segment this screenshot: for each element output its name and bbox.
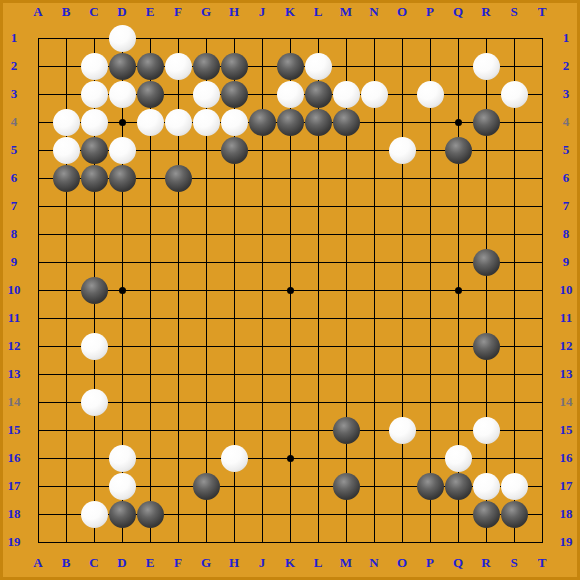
- cell-A8[interactable]: [24, 220, 52, 248]
- cell-L4[interactable]: [304, 108, 332, 136]
- cell-H9[interactable]: [220, 248, 248, 276]
- cell-R4[interactable]: [472, 108, 500, 136]
- cell-C13[interactable]: [80, 360, 108, 388]
- cell-P7[interactable]: [416, 192, 444, 220]
- cell-A10[interactable]: [24, 276, 52, 304]
- cell-F11[interactable]: [164, 304, 192, 332]
- cell-L2[interactable]: [304, 52, 332, 80]
- cell-G17[interactable]: [192, 472, 220, 500]
- cell-G18[interactable]: [192, 500, 220, 528]
- cell-C11[interactable]: [80, 304, 108, 332]
- cell-E14[interactable]: [136, 388, 164, 416]
- cell-O10[interactable]: [388, 276, 416, 304]
- cell-F1[interactable]: [164, 24, 192, 52]
- cell-R5[interactable]: [472, 136, 500, 164]
- cell-B9[interactable]: [52, 248, 80, 276]
- cell-P6[interactable]: [416, 164, 444, 192]
- cell-N14[interactable]: [360, 388, 388, 416]
- cell-M15[interactable]: [332, 416, 360, 444]
- cell-G7[interactable]: [192, 192, 220, 220]
- cell-Q13[interactable]: [444, 360, 472, 388]
- cell-L18[interactable]: [304, 500, 332, 528]
- cell-E17[interactable]: [136, 472, 164, 500]
- cell-B18[interactable]: [52, 500, 80, 528]
- cell-N4[interactable]: [360, 108, 388, 136]
- cell-D2[interactable]: [108, 52, 136, 80]
- cell-M8[interactable]: [332, 220, 360, 248]
- cell-S1[interactable]: [500, 24, 528, 52]
- cell-F10[interactable]: [164, 276, 192, 304]
- cell-H4[interactable]: [220, 108, 248, 136]
- cell-A4[interactable]: [24, 108, 52, 136]
- cell-C4[interactable]: [80, 108, 108, 136]
- cell-E19[interactable]: [136, 528, 164, 556]
- cell-P18[interactable]: [416, 500, 444, 528]
- cell-M12[interactable]: [332, 332, 360, 360]
- cell-M16[interactable]: [332, 444, 360, 472]
- cell-N11[interactable]: [360, 304, 388, 332]
- cell-A15[interactable]: [24, 416, 52, 444]
- cell-G3[interactable]: [192, 80, 220, 108]
- cell-L15[interactable]: [304, 416, 332, 444]
- cell-M5[interactable]: [332, 136, 360, 164]
- cell-C9[interactable]: [80, 248, 108, 276]
- cell-S7[interactable]: [500, 192, 528, 220]
- cell-J6[interactable]: [248, 164, 276, 192]
- cell-K4[interactable]: [276, 108, 304, 136]
- cell-R17[interactable]: [472, 472, 500, 500]
- cell-B5[interactable]: [52, 136, 80, 164]
- cell-P19[interactable]: [416, 528, 444, 556]
- cell-B15[interactable]: [52, 416, 80, 444]
- cell-D8[interactable]: [108, 220, 136, 248]
- cell-B14[interactable]: [52, 388, 80, 416]
- cell-J10[interactable]: [248, 276, 276, 304]
- cell-H5[interactable]: [220, 136, 248, 164]
- cell-K17[interactable]: [276, 472, 304, 500]
- cell-J7[interactable]: [248, 192, 276, 220]
- cell-A2[interactable]: [24, 52, 52, 80]
- cell-J15[interactable]: [248, 416, 276, 444]
- cell-Q16[interactable]: [444, 444, 472, 472]
- cell-R18[interactable]: [472, 500, 500, 528]
- cell-R15[interactable]: [472, 416, 500, 444]
- cell-M4[interactable]: [332, 108, 360, 136]
- cell-E9[interactable]: [136, 248, 164, 276]
- cell-Q3[interactable]: [444, 80, 472, 108]
- cell-A14[interactable]: [24, 388, 52, 416]
- cell-L11[interactable]: [304, 304, 332, 332]
- cell-H13[interactable]: [220, 360, 248, 388]
- cell-H10[interactable]: [220, 276, 248, 304]
- cell-P13[interactable]: [416, 360, 444, 388]
- cell-E13[interactable]: [136, 360, 164, 388]
- cell-K16[interactable]: [276, 444, 304, 472]
- cell-O2[interactable]: [388, 52, 416, 80]
- cell-A18[interactable]: [24, 500, 52, 528]
- cell-B7[interactable]: [52, 192, 80, 220]
- cell-O18[interactable]: [388, 500, 416, 528]
- cell-R12[interactable]: [472, 332, 500, 360]
- cell-Q8[interactable]: [444, 220, 472, 248]
- cell-F4[interactable]: [164, 108, 192, 136]
- cell-C10[interactable]: [80, 276, 108, 304]
- cell-M9[interactable]: [332, 248, 360, 276]
- cell-S5[interactable]: [500, 136, 528, 164]
- cell-P17[interactable]: [416, 472, 444, 500]
- cell-C2[interactable]: [80, 52, 108, 80]
- cell-L8[interactable]: [304, 220, 332, 248]
- cell-C8[interactable]: [80, 220, 108, 248]
- cell-E8[interactable]: [136, 220, 164, 248]
- cell-G12[interactable]: [192, 332, 220, 360]
- cell-C12[interactable]: [80, 332, 108, 360]
- cell-E1[interactable]: [136, 24, 164, 52]
- cell-K9[interactable]: [276, 248, 304, 276]
- cell-P5[interactable]: [416, 136, 444, 164]
- cell-K7[interactable]: [276, 192, 304, 220]
- cell-K12[interactable]: [276, 332, 304, 360]
- cell-H6[interactable]: [220, 164, 248, 192]
- cell-J18[interactable]: [248, 500, 276, 528]
- cell-N15[interactable]: [360, 416, 388, 444]
- cell-R10[interactable]: [472, 276, 500, 304]
- cell-O8[interactable]: [388, 220, 416, 248]
- cell-Q1[interactable]: [444, 24, 472, 52]
- cell-A5[interactable]: [24, 136, 52, 164]
- cell-C3[interactable]: [80, 80, 108, 108]
- cell-S17[interactable]: [500, 472, 528, 500]
- cell-R3[interactable]: [472, 80, 500, 108]
- cell-P4[interactable]: [416, 108, 444, 136]
- cell-C5[interactable]: [80, 136, 108, 164]
- cell-H15[interactable]: [220, 416, 248, 444]
- cell-N7[interactable]: [360, 192, 388, 220]
- cell-O13[interactable]: [388, 360, 416, 388]
- cell-N6[interactable]: [360, 164, 388, 192]
- cell-M13[interactable]: [332, 360, 360, 388]
- cell-O5[interactable]: [388, 136, 416, 164]
- cell-H17[interactable]: [220, 472, 248, 500]
- cell-D9[interactable]: [108, 248, 136, 276]
- cell-E4[interactable]: [136, 108, 164, 136]
- cell-P3[interactable]: [416, 80, 444, 108]
- cell-N2[interactable]: [360, 52, 388, 80]
- cell-M3[interactable]: [332, 80, 360, 108]
- cell-M6[interactable]: [332, 164, 360, 192]
- cell-F12[interactable]: [164, 332, 192, 360]
- cell-F2[interactable]: [164, 52, 192, 80]
- cell-G8[interactable]: [192, 220, 220, 248]
- cell-G15[interactable]: [192, 416, 220, 444]
- cell-D10[interactable]: [108, 276, 136, 304]
- cell-H8[interactable]: [220, 220, 248, 248]
- cell-H19[interactable]: [220, 528, 248, 556]
- cell-O14[interactable]: [388, 388, 416, 416]
- cell-N19[interactable]: [360, 528, 388, 556]
- cell-Q12[interactable]: [444, 332, 472, 360]
- cell-J14[interactable]: [248, 388, 276, 416]
- cell-J9[interactable]: [248, 248, 276, 276]
- cell-J3[interactable]: [248, 80, 276, 108]
- cell-M18[interactable]: [332, 500, 360, 528]
- cell-Q5[interactable]: [444, 136, 472, 164]
- cell-D1[interactable]: [108, 24, 136, 52]
- cell-J5[interactable]: [248, 136, 276, 164]
- cell-A12[interactable]: [24, 332, 52, 360]
- cell-J2[interactable]: [248, 52, 276, 80]
- cell-F3[interactable]: [164, 80, 192, 108]
- cell-K6[interactable]: [276, 164, 304, 192]
- cell-H3[interactable]: [220, 80, 248, 108]
- cell-S15[interactable]: [500, 416, 528, 444]
- cell-G2[interactable]: [192, 52, 220, 80]
- cell-B19[interactable]: [52, 528, 80, 556]
- cell-D14[interactable]: [108, 388, 136, 416]
- cell-Q6[interactable]: [444, 164, 472, 192]
- cell-L10[interactable]: [304, 276, 332, 304]
- cell-Q9[interactable]: [444, 248, 472, 276]
- cell-R11[interactable]: [472, 304, 500, 332]
- cell-E7[interactable]: [136, 192, 164, 220]
- cell-M14[interactable]: [332, 388, 360, 416]
- cell-B11[interactable]: [52, 304, 80, 332]
- cell-O19[interactable]: [388, 528, 416, 556]
- cell-Q18[interactable]: [444, 500, 472, 528]
- cell-F13[interactable]: [164, 360, 192, 388]
- cell-D16[interactable]: [108, 444, 136, 472]
- cell-D7[interactable]: [108, 192, 136, 220]
- cell-S10[interactable]: [500, 276, 528, 304]
- cell-A3[interactable]: [24, 80, 52, 108]
- cell-S16[interactable]: [500, 444, 528, 472]
- cell-L12[interactable]: [304, 332, 332, 360]
- cell-E6[interactable]: [136, 164, 164, 192]
- cell-H1[interactable]: [220, 24, 248, 52]
- cell-C7[interactable]: [80, 192, 108, 220]
- cell-R13[interactable]: [472, 360, 500, 388]
- cell-G6[interactable]: [192, 164, 220, 192]
- cell-R1[interactable]: [472, 24, 500, 52]
- cell-N5[interactable]: [360, 136, 388, 164]
- cell-M10[interactable]: [332, 276, 360, 304]
- cell-P12[interactable]: [416, 332, 444, 360]
- cell-C16[interactable]: [80, 444, 108, 472]
- cell-Q2[interactable]: [444, 52, 472, 80]
- cell-R6[interactable]: [472, 164, 500, 192]
- cell-A19[interactable]: [24, 528, 52, 556]
- cell-H11[interactable]: [220, 304, 248, 332]
- cell-C6[interactable]: [80, 164, 108, 192]
- cell-J17[interactable]: [248, 472, 276, 500]
- cell-A7[interactable]: [24, 192, 52, 220]
- cell-N1[interactable]: [360, 24, 388, 52]
- cell-Q10[interactable]: [444, 276, 472, 304]
- cell-K13[interactable]: [276, 360, 304, 388]
- cell-O12[interactable]: [388, 332, 416, 360]
- cell-B6[interactable]: [52, 164, 80, 192]
- cell-C14[interactable]: [80, 388, 108, 416]
- cell-L13[interactable]: [304, 360, 332, 388]
- cell-P15[interactable]: [416, 416, 444, 444]
- cell-L9[interactable]: [304, 248, 332, 276]
- cell-D11[interactable]: [108, 304, 136, 332]
- cell-S12[interactable]: [500, 332, 528, 360]
- cell-Q17[interactable]: [444, 472, 472, 500]
- cell-N3[interactable]: [360, 80, 388, 108]
- cell-S13[interactable]: [500, 360, 528, 388]
- cell-P14[interactable]: [416, 388, 444, 416]
- cell-H7[interactable]: [220, 192, 248, 220]
- cell-F9[interactable]: [164, 248, 192, 276]
- cell-Q15[interactable]: [444, 416, 472, 444]
- cell-K5[interactable]: [276, 136, 304, 164]
- cell-C18[interactable]: [80, 500, 108, 528]
- cell-J16[interactable]: [248, 444, 276, 472]
- cell-F16[interactable]: [164, 444, 192, 472]
- cell-E12[interactable]: [136, 332, 164, 360]
- cell-L14[interactable]: [304, 388, 332, 416]
- cell-K3[interactable]: [276, 80, 304, 108]
- cell-J4[interactable]: [248, 108, 276, 136]
- cell-G11[interactable]: [192, 304, 220, 332]
- cell-B17[interactable]: [52, 472, 80, 500]
- cell-S9[interactable]: [500, 248, 528, 276]
- cell-P16[interactable]: [416, 444, 444, 472]
- cell-B1[interactable]: [52, 24, 80, 52]
- cell-O1[interactable]: [388, 24, 416, 52]
- cell-O15[interactable]: [388, 416, 416, 444]
- cell-K11[interactable]: [276, 304, 304, 332]
- cell-H16[interactable]: [220, 444, 248, 472]
- cell-D12[interactable]: [108, 332, 136, 360]
- cell-G16[interactable]: [192, 444, 220, 472]
- cell-J1[interactable]: [248, 24, 276, 52]
- cell-N12[interactable]: [360, 332, 388, 360]
- cell-N18[interactable]: [360, 500, 388, 528]
- cell-S4[interactable]: [500, 108, 528, 136]
- cell-J19[interactable]: [248, 528, 276, 556]
- cell-E15[interactable]: [136, 416, 164, 444]
- cell-M1[interactable]: [332, 24, 360, 52]
- cell-B12[interactable]: [52, 332, 80, 360]
- cell-S2[interactable]: [500, 52, 528, 80]
- cell-J13[interactable]: [248, 360, 276, 388]
- cell-K15[interactable]: [276, 416, 304, 444]
- cell-N10[interactable]: [360, 276, 388, 304]
- cell-A13[interactable]: [24, 360, 52, 388]
- cell-O17[interactable]: [388, 472, 416, 500]
- cell-N8[interactable]: [360, 220, 388, 248]
- cell-G5[interactable]: [192, 136, 220, 164]
- cell-E18[interactable]: [136, 500, 164, 528]
- cell-S14[interactable]: [500, 388, 528, 416]
- cell-N13[interactable]: [360, 360, 388, 388]
- cell-O6[interactable]: [388, 164, 416, 192]
- cell-F18[interactable]: [164, 500, 192, 528]
- cell-L5[interactable]: [304, 136, 332, 164]
- cell-B8[interactable]: [52, 220, 80, 248]
- cell-G10[interactable]: [192, 276, 220, 304]
- cell-E5[interactable]: [136, 136, 164, 164]
- cell-E16[interactable]: [136, 444, 164, 472]
- cell-F15[interactable]: [164, 416, 192, 444]
- cell-F17[interactable]: [164, 472, 192, 500]
- cell-D6[interactable]: [108, 164, 136, 192]
- cell-S19[interactable]: [500, 528, 528, 556]
- cell-B3[interactable]: [52, 80, 80, 108]
- cell-B4[interactable]: [52, 108, 80, 136]
- cell-H14[interactable]: [220, 388, 248, 416]
- cell-B10[interactable]: [52, 276, 80, 304]
- cell-L3[interactable]: [304, 80, 332, 108]
- cell-S11[interactable]: [500, 304, 528, 332]
- cell-J8[interactable]: [248, 220, 276, 248]
- cell-E2[interactable]: [136, 52, 164, 80]
- cell-L7[interactable]: [304, 192, 332, 220]
- cell-D13[interactable]: [108, 360, 136, 388]
- cell-L19[interactable]: [304, 528, 332, 556]
- cell-R7[interactable]: [472, 192, 500, 220]
- cell-F7[interactable]: [164, 192, 192, 220]
- cell-P8[interactable]: [416, 220, 444, 248]
- cell-F8[interactable]: [164, 220, 192, 248]
- cell-S8[interactable]: [500, 220, 528, 248]
- cell-D4[interactable]: [108, 108, 136, 136]
- cell-P2[interactable]: [416, 52, 444, 80]
- cell-D5[interactable]: [108, 136, 136, 164]
- cell-H12[interactable]: [220, 332, 248, 360]
- cell-C19[interactable]: [80, 528, 108, 556]
- cell-E3[interactable]: [136, 80, 164, 108]
- cell-B2[interactable]: [52, 52, 80, 80]
- cell-A9[interactable]: [24, 248, 52, 276]
- cell-F5[interactable]: [164, 136, 192, 164]
- cell-N16[interactable]: [360, 444, 388, 472]
- cell-B13[interactable]: [52, 360, 80, 388]
- cell-A11[interactable]: [24, 304, 52, 332]
- cell-Q7[interactable]: [444, 192, 472, 220]
- cell-O4[interactable]: [388, 108, 416, 136]
- cell-Q11[interactable]: [444, 304, 472, 332]
- cell-M2[interactable]: [332, 52, 360, 80]
- cell-R8[interactable]: [472, 220, 500, 248]
- cell-D18[interactable]: [108, 500, 136, 528]
- cell-G1[interactable]: [192, 24, 220, 52]
- cell-O3[interactable]: [388, 80, 416, 108]
- cell-K8[interactable]: [276, 220, 304, 248]
- cell-B16[interactable]: [52, 444, 80, 472]
- cell-R9[interactable]: [472, 248, 500, 276]
- cell-N9[interactable]: [360, 248, 388, 276]
- cell-G14[interactable]: [192, 388, 220, 416]
- cell-L1[interactable]: [304, 24, 332, 52]
- cell-F19[interactable]: [164, 528, 192, 556]
- cell-H18[interactable]: [220, 500, 248, 528]
- cell-C15[interactable]: [80, 416, 108, 444]
- cell-Q14[interactable]: [444, 388, 472, 416]
- cell-K2[interactable]: [276, 52, 304, 80]
- cell-P9[interactable]: [416, 248, 444, 276]
- cell-D19[interactable]: [108, 528, 136, 556]
- cell-A17[interactable]: [24, 472, 52, 500]
- cell-L6[interactable]: [304, 164, 332, 192]
- cell-P10[interactable]: [416, 276, 444, 304]
- cell-P1[interactable]: [416, 24, 444, 52]
- cell-R19[interactable]: [472, 528, 500, 556]
- cell-L16[interactable]: [304, 444, 332, 472]
- cell-G19[interactable]: [192, 528, 220, 556]
